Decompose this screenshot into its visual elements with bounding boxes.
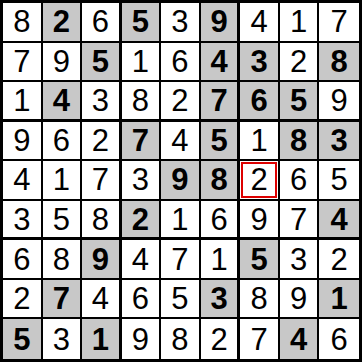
cell-r1c6[interactable]: 9	[201, 3, 241, 43]
cell-r8c4[interactable]: 6	[122, 280, 162, 320]
cell-r5c6[interactable]: 8	[201, 161, 241, 201]
cell-r5c7[interactable]: 2	[240, 161, 280, 201]
cell-r1c7[interactable]: 4	[240, 3, 280, 43]
cell-r4c2[interactable]: 6	[43, 122, 83, 162]
cell-r2c3[interactable]: 5	[82, 43, 122, 83]
cell-r9c4[interactable]: 9	[122, 319, 162, 359]
cell-r2c2[interactable]: 9	[43, 43, 83, 83]
cell-r6c8[interactable]: 7	[280, 201, 320, 241]
cell-r1c9[interactable]: 7	[319, 3, 359, 43]
cell-r9c5[interactable]: 8	[161, 319, 201, 359]
cell-r3c7[interactable]: 6	[240, 82, 280, 122]
cell-r7c9[interactable]: 2	[319, 240, 359, 280]
cell-r3c9[interactable]: 9	[319, 82, 359, 122]
cell-r3c5[interactable]: 2	[161, 82, 201, 122]
cell-r7c6[interactable]: 1	[201, 240, 241, 280]
cell-r8c8[interactable]: 9	[280, 280, 320, 320]
cell-r6c1[interactable]: 3	[3, 201, 43, 241]
cell-r6c4[interactable]: 2	[122, 201, 162, 241]
cell-r4c3[interactable]: 2	[82, 122, 122, 162]
cell-r2c1[interactable]: 7	[3, 43, 43, 83]
cell-r8c6[interactable]: 3	[201, 280, 241, 320]
cell-r9c9[interactable]: 6	[319, 319, 359, 359]
cell-r3c6[interactable]: 7	[201, 82, 241, 122]
cell-r9c6[interactable]: 2	[201, 319, 241, 359]
cell-r4c4[interactable]: 7	[122, 122, 162, 162]
cell-r1c4[interactable]: 5	[122, 3, 162, 43]
cell-r8c5[interactable]: 5	[161, 280, 201, 320]
cell-r4c6[interactable]: 5	[201, 122, 241, 162]
cell-r2c8[interactable]: 2	[280, 43, 320, 83]
cell-r5c4[interactable]: 3	[122, 161, 162, 201]
cell-r6c7[interactable]: 9	[240, 201, 280, 241]
cell-r5c3[interactable]: 7	[82, 161, 122, 201]
cell-r5c1[interactable]: 4	[3, 161, 43, 201]
cell-r1c3[interactable]: 6	[82, 3, 122, 43]
cell-r6c2[interactable]: 5	[43, 201, 83, 241]
cell-r3c2[interactable]: 4	[43, 82, 83, 122]
cell-r2c7[interactable]: 3	[240, 43, 280, 83]
cell-r2c9[interactable]: 8	[319, 43, 359, 83]
cell-r2c5[interactable]: 6	[161, 43, 201, 83]
cell-r4c5[interactable]: 4	[161, 122, 201, 162]
cell-r4c7[interactable]: 1	[240, 122, 280, 162]
cell-r4c1[interactable]: 9	[3, 122, 43, 162]
cell-r9c3[interactable]: 1	[82, 319, 122, 359]
cell-r5c2[interactable]: 1	[43, 161, 83, 201]
cell-r5c9[interactable]: 5	[319, 161, 359, 201]
cell-r5c5[interactable]: 9	[161, 161, 201, 201]
cell-r2c4[interactable]: 1	[122, 43, 162, 83]
cell-r6c9[interactable]: 4	[319, 201, 359, 241]
cell-r1c8[interactable]: 1	[280, 3, 320, 43]
cell-r9c1[interactable]: 5	[3, 319, 43, 359]
cell-r8c3[interactable]: 4	[82, 280, 122, 320]
cell-r5c8[interactable]: 6	[280, 161, 320, 201]
cell-r7c1[interactable]: 6	[3, 240, 43, 280]
cell-r9c2[interactable]: 3	[43, 319, 83, 359]
cell-r8c1[interactable]: 2	[3, 280, 43, 320]
cell-r1c5[interactable]: 3	[161, 3, 201, 43]
cell-r1c1[interactable]: 8	[3, 3, 43, 43]
cell-r4c9[interactable]: 3	[319, 122, 359, 162]
cell-r7c7[interactable]: 5	[240, 240, 280, 280]
cell-r9c7[interactable]: 7	[240, 319, 280, 359]
cell-r7c5[interactable]: 7	[161, 240, 201, 280]
cell-r8c7[interactable]: 8	[240, 280, 280, 320]
cell-r8c9[interactable]: 1	[319, 280, 359, 320]
cell-r7c2[interactable]: 8	[43, 240, 83, 280]
sudoku-board: 8265394177951643281438276599627451834173…	[0, 0, 362, 362]
cell-r3c4[interactable]: 8	[122, 82, 162, 122]
cell-r2c6[interactable]: 4	[201, 43, 241, 83]
cell-r6c3[interactable]: 8	[82, 201, 122, 241]
cell-r4c8[interactable]: 8	[280, 122, 320, 162]
cell-r3c3[interactable]: 3	[82, 82, 122, 122]
cell-r7c8[interactable]: 3	[280, 240, 320, 280]
cell-r3c8[interactable]: 5	[280, 82, 320, 122]
cell-r1c2[interactable]: 2	[43, 3, 83, 43]
cell-r3c1[interactable]: 1	[3, 82, 43, 122]
cell-r9c8[interactable]: 4	[280, 319, 320, 359]
cell-r7c3[interactable]: 9	[82, 240, 122, 280]
cell-r6c6[interactable]: 6	[201, 201, 241, 241]
cell-r8c2[interactable]: 7	[43, 280, 83, 320]
cell-r6c5[interactable]: 1	[161, 201, 201, 241]
cell-r7c4[interactable]: 4	[122, 240, 162, 280]
